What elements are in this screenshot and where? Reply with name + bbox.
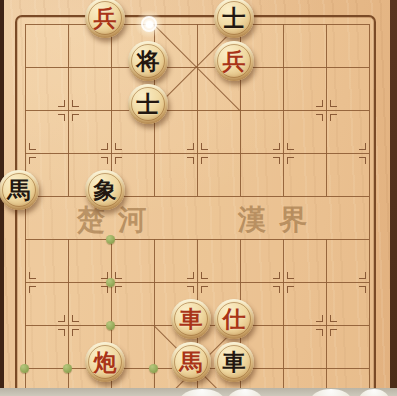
move-hint-dot[interactable] — [63, 364, 72, 373]
piece-character: 仕 — [223, 307, 246, 330]
point-marker-corner — [273, 157, 280, 164]
piece-character: 士 — [223, 6, 246, 29]
point-marker-corner — [359, 272, 366, 279]
point-marker-corner — [187, 286, 194, 293]
piece-character: 将 — [137, 49, 160, 72]
piece-black-chariot[interactable]: 車 — [214, 342, 254, 382]
piece-character: 兵 — [223, 49, 246, 72]
point-marker-corner — [330, 100, 337, 107]
point-marker-corner — [72, 114, 79, 121]
grid-line-file — [197, 24, 198, 196]
point-marker-corner — [316, 315, 323, 322]
point-marker-corner — [201, 286, 208, 293]
point-marker-corner — [101, 143, 108, 150]
point-marker-corner — [187, 143, 194, 150]
point-marker-corner — [273, 286, 280, 293]
piece-character: 炮 — [94, 350, 117, 373]
piece-character: 馬 — [180, 350, 203, 373]
piece-character: 車 — [180, 307, 203, 330]
point-marker-corner — [287, 157, 294, 164]
grid-line-file — [283, 24, 284, 196]
piece-black-general[interactable]: 将 — [128, 41, 168, 81]
point-marker-corner — [115, 286, 122, 293]
point-marker-corner — [29, 286, 36, 293]
piece-black-advisor[interactable]: 士 — [128, 84, 168, 124]
piece-red-advisor[interactable]: 仕 — [214, 299, 254, 339]
point-marker-corner — [72, 315, 79, 322]
grid-line-file — [326, 24, 327, 196]
point-marker-corner — [58, 329, 65, 336]
river-label-left: 楚河 — [77, 205, 159, 235]
point-marker-corner — [187, 157, 194, 164]
point-marker-corner — [287, 286, 294, 293]
piece-black-elephant[interactable]: 象 — [85, 170, 125, 210]
point-marker-corner — [187, 272, 194, 279]
point-marker-corner — [201, 143, 208, 150]
move-hint-dot[interactable] — [106, 235, 115, 244]
piece-black-horse[interactable]: 馬 — [0, 170, 39, 210]
point-marker-corner — [72, 100, 79, 107]
piece-red-chariot[interactable]: 車 — [171, 299, 211, 339]
point-marker-corner — [273, 143, 280, 150]
point-marker-corner — [316, 329, 323, 336]
point-marker-corner — [29, 157, 36, 164]
board-outer-border — [15, 15, 376, 396]
piece-character: 象 — [94, 178, 117, 201]
grid-line-file — [283, 239, 284, 388]
point-marker-corner — [72, 329, 79, 336]
point-marker-corner — [58, 114, 65, 121]
piece-character: 士 — [137, 92, 160, 115]
grid-line-file — [68, 24, 69, 196]
point-marker-corner — [316, 100, 323, 107]
xiangqi-board[interactable]: 楚河 漢界 兵士将兵士馬象車仕炮馬車 — [0, 0, 397, 396]
point-marker-corner — [101, 286, 108, 293]
river-label-right: 漢界 — [238, 205, 320, 235]
point-marker-corner — [273, 272, 280, 279]
move-hint-dot[interactable] — [106, 321, 115, 330]
point-marker-corner — [330, 114, 337, 121]
point-marker-corner — [359, 157, 366, 164]
piece-character: 兵 — [94, 6, 117, 29]
piece-character: 車 — [223, 350, 246, 373]
point-marker-corner — [29, 272, 36, 279]
point-marker-corner — [115, 157, 122, 164]
piece-red-cannon[interactable]: 炮 — [85, 342, 125, 382]
point-marker-corner — [330, 315, 337, 322]
move-hint-dot[interactable] — [106, 278, 115, 287]
point-marker-corner — [287, 272, 294, 279]
point-marker-corner — [58, 315, 65, 322]
piece-character: 馬 — [8, 178, 31, 201]
point-marker-corner — [29, 143, 36, 150]
grid-line-file — [369, 24, 370, 388]
point-marker-corner — [359, 143, 366, 150]
piece-red-soldier[interactable]: 兵 — [214, 41, 254, 81]
grid-line-file — [326, 239, 327, 388]
point-marker-corner — [287, 143, 294, 150]
point-marker-corner — [359, 286, 366, 293]
point-marker-corner — [101, 157, 108, 164]
point-marker-corner — [201, 157, 208, 164]
point-marker-corner — [201, 272, 208, 279]
table-edge-right — [390, 0, 397, 396]
grid-line-rank — [25, 196, 369, 197]
point-marker-corner — [115, 272, 122, 279]
point-marker-corner — [115, 143, 122, 150]
point-marker-corner — [316, 114, 323, 121]
point-marker-corner — [58, 100, 65, 107]
point-marker-corner — [330, 329, 337, 336]
piece-red-horse[interactable]: 馬 — [171, 342, 211, 382]
move-hint-dot[interactable] — [149, 364, 158, 373]
move-hint-dot[interactable] — [20, 364, 29, 373]
